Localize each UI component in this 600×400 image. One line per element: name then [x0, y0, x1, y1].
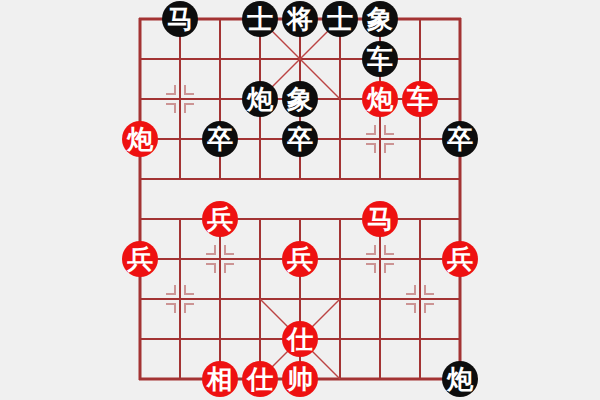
pieces-layer: 马士将士象车炮象炮车炮卒卒卒兵马兵兵兵仕相仕帅炮	[0, 0, 600, 400]
piece-red-chariot[interactable]: 车	[402, 81, 438, 117]
piece-black-advisor[interactable]: 士	[242, 1, 278, 37]
piece-black-general[interactable]: 将	[282, 1, 318, 37]
piece-black-elephant[interactable]: 象	[282, 81, 318, 117]
piece-black-soldier[interactable]: 卒	[202, 121, 238, 157]
piece-red-elephant[interactable]: 相	[202, 361, 238, 397]
piece-red-cannon[interactable]: 炮	[122, 121, 158, 157]
piece-black-soldier[interactable]: 卒	[442, 121, 478, 157]
piece-red-advisor[interactable]: 仕	[282, 321, 318, 357]
piece-black-elephant[interactable]: 象	[362, 1, 398, 37]
piece-black-cannon[interactable]: 炮	[242, 81, 278, 117]
piece-black-cannon[interactable]: 炮	[442, 361, 478, 397]
piece-red-horse[interactable]: 马	[362, 201, 398, 237]
piece-black-chariot[interactable]: 车	[362, 41, 398, 77]
piece-black-advisor[interactable]: 士	[322, 1, 358, 37]
xiangqi-app: 马士将士象车炮象炮车炮卒卒卒兵马兵兵兵仕相仕帅炮	[0, 0, 600, 400]
piece-black-horse[interactable]: 马	[162, 1, 198, 37]
piece-red-soldier[interactable]: 兵	[282, 241, 318, 277]
piece-black-soldier[interactable]: 卒	[282, 121, 318, 157]
piece-red-general[interactable]: 帅	[282, 361, 318, 397]
piece-red-soldier[interactable]: 兵	[202, 201, 238, 237]
piece-red-advisor[interactable]: 仕	[242, 361, 278, 397]
piece-red-cannon[interactable]: 炮	[362, 81, 398, 117]
piece-red-soldier[interactable]: 兵	[442, 241, 478, 277]
piece-red-soldier[interactable]: 兵	[122, 241, 158, 277]
